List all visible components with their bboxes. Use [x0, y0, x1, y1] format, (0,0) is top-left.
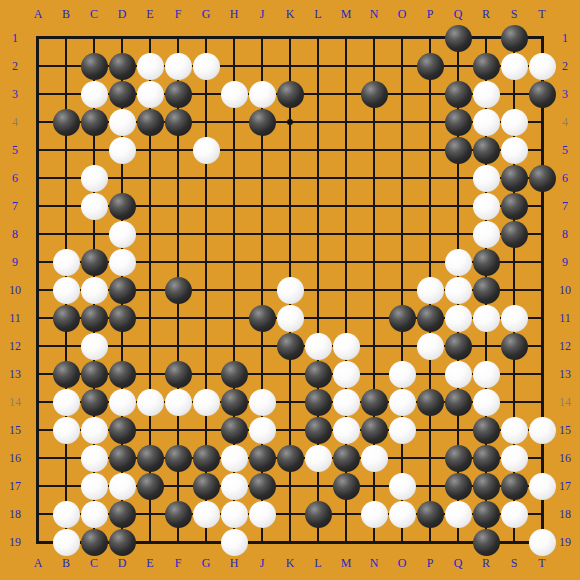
stone-black	[445, 81, 472, 108]
stone-white	[53, 529, 80, 556]
column-label: B	[55, 555, 77, 571]
stone-black	[333, 445, 360, 472]
column-label: H	[223, 6, 245, 22]
stone-white	[333, 389, 360, 416]
stone-white	[193, 137, 220, 164]
stone-black	[277, 81, 304, 108]
stone-white	[501, 501, 528, 528]
column-label: E	[139, 6, 161, 22]
star-point	[287, 119, 293, 125]
stone-black	[81, 389, 108, 416]
stone-black	[501, 165, 528, 192]
row-label: 9	[554, 254, 576, 270]
stone-white	[529, 53, 556, 80]
stone-white	[81, 445, 108, 472]
stone-white	[445, 249, 472, 276]
stone-white	[81, 165, 108, 192]
stone-black	[81, 305, 108, 332]
column-label: R	[475, 6, 497, 22]
row-label: 7	[4, 198, 26, 214]
row-label: 16	[554, 450, 576, 466]
stone-black	[53, 361, 80, 388]
stone-white	[333, 361, 360, 388]
stone-black	[417, 305, 444, 332]
stone-white	[81, 501, 108, 528]
stone-black	[445, 473, 472, 500]
column-label: P	[419, 6, 441, 22]
stone-white	[389, 473, 416, 500]
stone-white	[109, 249, 136, 276]
stone-black	[221, 389, 248, 416]
column-label: J	[251, 555, 273, 571]
row-label: 4	[554, 114, 576, 130]
stone-black	[305, 389, 332, 416]
stone-white	[81, 81, 108, 108]
stone-white	[249, 417, 276, 444]
stone-black	[249, 109, 276, 136]
stone-black	[473, 529, 500, 556]
stone-white	[501, 417, 528, 444]
stone-black	[53, 109, 80, 136]
stone-white	[137, 389, 164, 416]
stone-white	[389, 389, 416, 416]
row-label: 5	[554, 142, 576, 158]
row-label: 10	[4, 282, 26, 298]
stone-white	[81, 333, 108, 360]
stone-black	[445, 333, 472, 360]
go-board[interactable]: AABBCCDDEEFFGGHHJJKKLLMMNNOOPPQQRRSSTT11…	[0, 0, 580, 580]
stone-white	[109, 221, 136, 248]
stone-white	[193, 501, 220, 528]
stone-white	[109, 389, 136, 416]
stone-white	[221, 81, 248, 108]
row-label: 15	[554, 422, 576, 438]
stone-black	[109, 53, 136, 80]
stone-white	[361, 445, 388, 472]
stone-white	[249, 389, 276, 416]
stone-black	[417, 501, 444, 528]
stone-black	[417, 389, 444, 416]
column-label: D	[111, 555, 133, 571]
stone-white	[501, 109, 528, 136]
stone-black	[193, 445, 220, 472]
column-label: C	[83, 555, 105, 571]
row-label: 18	[4, 506, 26, 522]
stone-black	[109, 305, 136, 332]
stone-white	[473, 389, 500, 416]
stone-black	[501, 25, 528, 52]
stone-white	[501, 445, 528, 472]
stone-black	[361, 417, 388, 444]
stone-black	[389, 305, 416, 332]
stone-white	[221, 473, 248, 500]
stone-black	[165, 109, 192, 136]
row-label: 11	[4, 310, 26, 326]
column-label: A	[27, 555, 49, 571]
stone-white	[137, 81, 164, 108]
row-label: 13	[554, 366, 576, 382]
stone-black	[109, 277, 136, 304]
stone-black	[361, 389, 388, 416]
stone-black	[109, 529, 136, 556]
stone-black	[249, 445, 276, 472]
stone-white	[249, 501, 276, 528]
stone-white	[389, 361, 416, 388]
stone-black	[109, 445, 136, 472]
row-label: 3	[554, 86, 576, 102]
stone-black	[473, 53, 500, 80]
stone-black	[473, 137, 500, 164]
stone-black	[529, 81, 556, 108]
row-label: 19	[554, 534, 576, 550]
column-label: A	[27, 6, 49, 22]
row-label: 13	[4, 366, 26, 382]
stone-black	[417, 53, 444, 80]
column-label: B	[55, 6, 77, 22]
column-label: T	[531, 555, 553, 571]
stone-white	[389, 417, 416, 444]
stone-black	[473, 501, 500, 528]
column-label: K	[279, 6, 301, 22]
row-label: 19	[4, 534, 26, 550]
column-label: Q	[447, 6, 469, 22]
stone-white	[109, 137, 136, 164]
column-label: M	[335, 555, 357, 571]
stone-white	[81, 473, 108, 500]
column-label: N	[363, 6, 385, 22]
stone-white	[529, 417, 556, 444]
stone-white	[445, 305, 472, 332]
stone-black	[445, 137, 472, 164]
row-label: 16	[4, 450, 26, 466]
stone-black	[165, 501, 192, 528]
stone-black	[249, 305, 276, 332]
stone-white	[53, 501, 80, 528]
stone-black	[473, 473, 500, 500]
stone-white	[109, 109, 136, 136]
stone-black	[81, 529, 108, 556]
column-label: E	[139, 555, 161, 571]
row-label: 10	[554, 282, 576, 298]
stone-white	[333, 333, 360, 360]
stone-black	[445, 109, 472, 136]
stone-black	[445, 25, 472, 52]
stone-white	[473, 361, 500, 388]
stone-black	[305, 361, 332, 388]
stone-black	[473, 445, 500, 472]
row-label: 4	[4, 114, 26, 130]
stone-white	[137, 53, 164, 80]
stone-white	[501, 53, 528, 80]
stone-white	[193, 389, 220, 416]
stone-black	[137, 109, 164, 136]
stone-black	[529, 165, 556, 192]
stone-white	[81, 277, 108, 304]
stone-black	[137, 473, 164, 500]
column-label: L	[307, 555, 329, 571]
stone-black	[109, 193, 136, 220]
column-label: G	[195, 555, 217, 571]
row-label: 1	[554, 30, 576, 46]
column-label: T	[531, 6, 553, 22]
column-label: O	[391, 555, 413, 571]
stone-black	[193, 473, 220, 500]
stone-white	[81, 193, 108, 220]
column-label: Q	[447, 555, 469, 571]
row-label: 2	[554, 58, 576, 74]
stone-white	[53, 249, 80, 276]
stone-white	[473, 109, 500, 136]
stone-black	[165, 277, 192, 304]
stone-white	[165, 389, 192, 416]
column-label: S	[503, 6, 525, 22]
column-label: C	[83, 6, 105, 22]
stone-black	[501, 473, 528, 500]
stone-black	[109, 81, 136, 108]
stone-white	[193, 53, 220, 80]
stone-black	[109, 501, 136, 528]
stone-white	[501, 137, 528, 164]
stone-black	[501, 333, 528, 360]
column-label: L	[307, 6, 329, 22]
column-label: P	[419, 555, 441, 571]
stone-black	[249, 473, 276, 500]
stone-white	[221, 529, 248, 556]
stone-black	[109, 361, 136, 388]
stone-white	[529, 473, 556, 500]
row-label: 14	[554, 394, 576, 410]
row-label: 9	[4, 254, 26, 270]
stone-white	[473, 193, 500, 220]
stone-black	[305, 417, 332, 444]
row-label: 17	[554, 478, 576, 494]
stone-black	[137, 445, 164, 472]
stone-black	[501, 193, 528, 220]
stone-white	[473, 165, 500, 192]
stone-white	[445, 361, 472, 388]
stone-white	[249, 81, 276, 108]
row-label: 8	[4, 226, 26, 242]
stone-black	[445, 445, 472, 472]
stone-white	[109, 473, 136, 500]
stone-white	[389, 501, 416, 528]
column-label: R	[475, 555, 497, 571]
stone-white	[417, 333, 444, 360]
row-label: 12	[4, 338, 26, 354]
row-label: 12	[554, 338, 576, 354]
stone-white	[277, 305, 304, 332]
row-label: 8	[554, 226, 576, 242]
stone-white	[305, 333, 332, 360]
row-label: 5	[4, 142, 26, 158]
stone-white	[529, 529, 556, 556]
stone-black	[165, 361, 192, 388]
stone-black	[221, 361, 248, 388]
stone-black	[473, 249, 500, 276]
stone-black	[277, 333, 304, 360]
row-label: 1	[4, 30, 26, 46]
row-label: 17	[4, 478, 26, 494]
stone-black	[501, 221, 528, 248]
stone-black	[221, 417, 248, 444]
column-label: O	[391, 6, 413, 22]
row-label: 15	[4, 422, 26, 438]
row-label: 14	[4, 394, 26, 410]
column-label: S	[503, 555, 525, 571]
stone-white	[305, 445, 332, 472]
stone-white	[165, 53, 192, 80]
column-label: N	[363, 555, 385, 571]
stone-black	[81, 109, 108, 136]
column-label: M	[335, 6, 357, 22]
row-label: 2	[4, 58, 26, 74]
stone-white	[53, 417, 80, 444]
column-label: H	[223, 555, 245, 571]
stone-black	[165, 81, 192, 108]
stone-black	[165, 445, 192, 472]
stone-white	[277, 277, 304, 304]
stone-white	[53, 277, 80, 304]
stone-black	[333, 473, 360, 500]
stone-black	[81, 53, 108, 80]
column-label: G	[195, 6, 217, 22]
row-label: 18	[554, 506, 576, 522]
row-label: 7	[554, 198, 576, 214]
column-label: F	[167, 6, 189, 22]
stone-white	[501, 305, 528, 332]
stone-black	[53, 305, 80, 332]
stone-white	[473, 305, 500, 332]
stone-black	[81, 361, 108, 388]
row-label: 3	[4, 86, 26, 102]
column-label: K	[279, 555, 301, 571]
stone-black	[305, 501, 332, 528]
stone-black	[277, 445, 304, 472]
stone-black	[473, 417, 500, 444]
stone-white	[445, 501, 472, 528]
stone-white	[417, 277, 444, 304]
stone-white	[473, 221, 500, 248]
stone-white	[473, 81, 500, 108]
column-label: D	[111, 6, 133, 22]
stone-black	[109, 417, 136, 444]
stone-white	[333, 417, 360, 444]
stone-black	[445, 389, 472, 416]
stone-white	[445, 277, 472, 304]
row-label: 11	[554, 310, 576, 326]
stone-black	[361, 81, 388, 108]
stone-white	[53, 389, 80, 416]
stone-white	[81, 417, 108, 444]
row-label: 6	[554, 170, 576, 186]
row-label: 6	[4, 170, 26, 186]
stone-white	[361, 501, 388, 528]
column-label: J	[251, 6, 273, 22]
stone-white	[221, 445, 248, 472]
column-label: F	[167, 555, 189, 571]
stone-white	[221, 501, 248, 528]
stone-black	[81, 249, 108, 276]
stone-black	[473, 277, 500, 304]
